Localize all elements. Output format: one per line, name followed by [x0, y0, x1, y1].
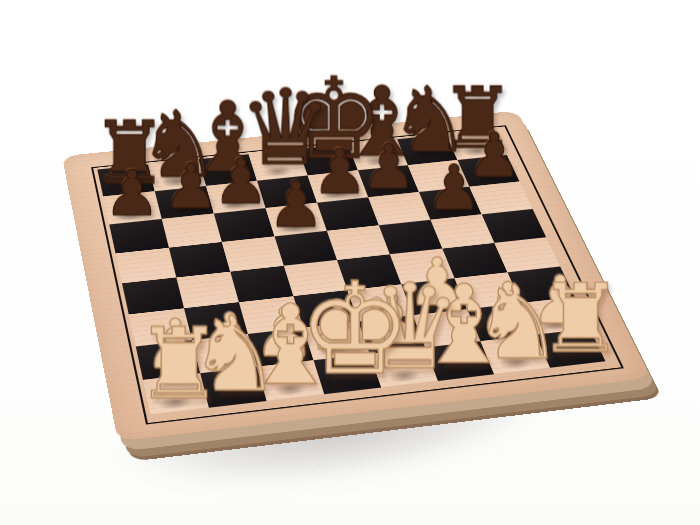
- black-pawn[interactable]: ♟: [268, 173, 324, 236]
- board-grid: ♜♞♝♛♚♝♞♜♟♟♟♟♟♟♟♟♟♟♟♟♟♟♟♟♜♞♝♚♛♝♞♜: [97, 129, 605, 414]
- black-pawn[interactable]: ♟: [426, 157, 482, 219]
- black-pawn[interactable]: ♟: [104, 162, 160, 224]
- square-a1[interactable]: ♜: [143, 373, 209, 414]
- square-d6[interactable]: ♟: [266, 203, 327, 237]
- playing-area-border: ♜♞♝♛♚♝♞♜♟♟♟♟♟♟♟♟♟♟♟♟♟♟♟♟♜♞♝♚♛♝♞♜: [91, 125, 624, 424]
- square-a7[interactable]: ♟: [103, 191, 162, 224]
- black-pawn[interactable]: ♟: [361, 136, 416, 197]
- white-rook[interactable]: ♜: [135, 315, 223, 413]
- square-a6[interactable]: [109, 219, 169, 253]
- square-b5[interactable]: [169, 242, 230, 277]
- board-frame: ♜♞♝♛♚♝♞♜♟♟♟♟♟♟♟♟♟♟♟♟♟♟♟♟♜♞♝♚♛♝♞♜: [62, 111, 651, 442]
- black-pawn[interactable]: ♟: [213, 151, 269, 213]
- scene: ♜♞♝♛♚♝♞♜♟♟♟♟♟♟♟♟♟♟♟♟♟♟♟♟♜♞♝♚♛♝♞♜: [77, 0, 597, 520]
- photo-canvas: ♜♞♝♛♚♝♞♜♟♟♟♟♟♟♟♟♟♟♟♟♟♟♟♟♜♞♝♚♛♝♞♜: [0, 0, 700, 525]
- black-pawn[interactable]: ♟: [163, 156, 219, 218]
- chess-board: ♜♞♝♛♚♝♞♜♟♟♟♟♟♟♟♟♟♟♟♟♟♟♟♟♜♞♝♚♛♝♞♜: [62, 111, 651, 442]
- square-h5[interactable]: [482, 209, 546, 243]
